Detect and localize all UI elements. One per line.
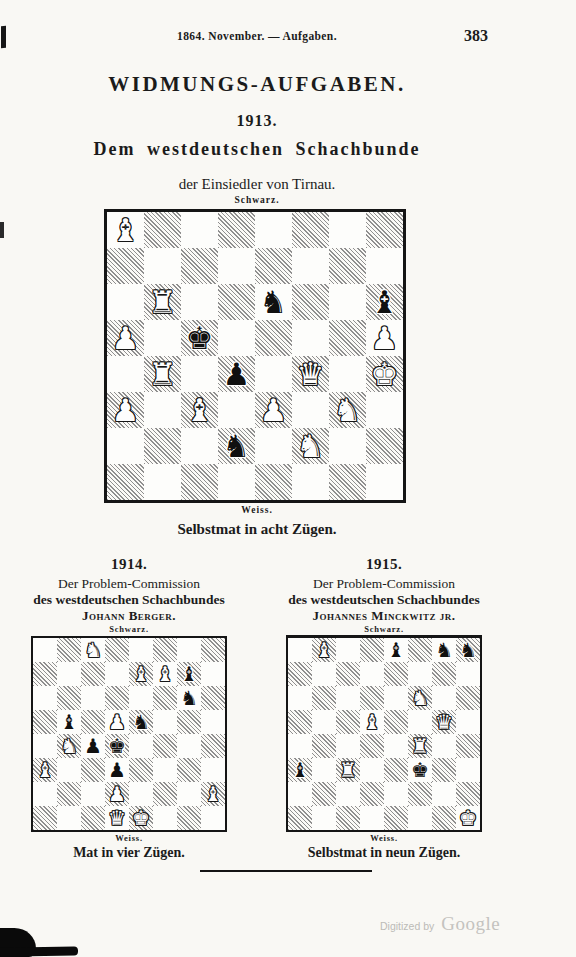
- square-d7: [105, 662, 129, 686]
- square-h7: [366, 248, 403, 284]
- square-c7: [181, 248, 218, 284]
- square-h5: [456, 710, 480, 734]
- square-b4: ♜: [144, 356, 181, 392]
- white-pawn-icon: ♟: [108, 712, 126, 732]
- watermark-prefix: Digitized by: [380, 920, 434, 932]
- square-d7: [360, 662, 384, 686]
- square-f6: [292, 284, 329, 320]
- square-a2: [288, 782, 312, 806]
- white-rook-icon: ♜: [149, 359, 177, 390]
- problem-1913-author: der Einsiedler von Tirnau.: [0, 176, 514, 193]
- problem-1913-stipulation: Selbstmat in acht Zügen.: [0, 521, 514, 538]
- square-f3: [153, 758, 177, 782]
- square-h3: [201, 758, 225, 782]
- square-e6: ♞: [255, 284, 292, 320]
- scanned-book-page: 1864. November. — Aufgaben. 383 WIDMUNGS…: [0, 0, 576, 957]
- square-e4: [129, 734, 153, 758]
- square-d8: [218, 212, 255, 248]
- square-d2: ♞: [218, 428, 255, 464]
- square-b3: [144, 392, 181, 428]
- black-bishop-icon: ♝: [180, 664, 198, 684]
- white-bishop-icon: ♝: [204, 784, 222, 804]
- white-queen-icon: ♛: [108, 808, 126, 828]
- section-divider-rule: [200, 870, 372, 872]
- square-h6: ♝: [366, 284, 403, 320]
- white-queen-icon: ♛: [297, 359, 325, 390]
- square-b2: [57, 782, 81, 806]
- square-e5: [384, 710, 408, 734]
- square-g8: [177, 638, 201, 662]
- square-g1: [329, 464, 366, 500]
- square-f3: [292, 392, 329, 428]
- square-b5: [144, 320, 181, 356]
- square-f7: ♝: [153, 662, 177, 686]
- square-d3: [360, 758, 384, 782]
- problem-1915-heading-line2: des westdeutschen Schachbundes: [262, 592, 506, 608]
- square-d4: ♚: [105, 734, 129, 758]
- black-knight-icon: ♞: [435, 640, 453, 660]
- scan-artifact: [0, 946, 78, 956]
- black-pawn-icon: ♟: [223, 359, 251, 390]
- square-d4: ♟: [218, 356, 255, 392]
- problem-1913-number: 1913.: [0, 112, 514, 130]
- square-h8: ♞: [456, 638, 480, 662]
- square-b8: [57, 638, 81, 662]
- black-king-icon: ♚: [108, 736, 126, 756]
- square-d5: [218, 320, 255, 356]
- square-a5: ♟: [107, 320, 144, 356]
- square-h1: ♚: [456, 806, 480, 830]
- square-f5: [292, 320, 329, 356]
- square-e8: [255, 212, 292, 248]
- square-g5: [329, 320, 366, 356]
- square-c4: [181, 356, 218, 392]
- square-c6: [81, 686, 105, 710]
- square-f6: [153, 686, 177, 710]
- white-king-icon: ♚: [371, 359, 399, 390]
- white-rook-icon: ♜: [339, 760, 357, 780]
- square-a7: [107, 248, 144, 284]
- square-f8: [408, 638, 432, 662]
- square-b2: [312, 782, 336, 806]
- square-d5: ♝: [360, 710, 384, 734]
- square-h8: [366, 212, 403, 248]
- white-knight-icon: ♞: [84, 640, 102, 660]
- square-a4: [288, 734, 312, 758]
- running-title: 1864. November. — Aufgaben.: [0, 30, 514, 42]
- square-d6: [360, 686, 384, 710]
- square-b7: [312, 662, 336, 686]
- square-f5: [408, 710, 432, 734]
- white-king-icon: ♚: [459, 808, 477, 828]
- square-e1: [384, 806, 408, 830]
- square-a4: [33, 734, 57, 758]
- board-1914-label-white-side: Weiss.: [7, 833, 251, 843]
- square-d1: [218, 464, 255, 500]
- black-bishop-icon: ♝: [387, 640, 405, 660]
- square-h6: [456, 686, 480, 710]
- square-f4: ♛: [292, 356, 329, 392]
- square-c4: [336, 734, 360, 758]
- square-a3: ♝: [288, 758, 312, 782]
- square-e7: [384, 662, 408, 686]
- square-c6: [336, 686, 360, 710]
- square-f1: [292, 464, 329, 500]
- square-c2: [336, 782, 360, 806]
- white-bishop-icon: ♝: [156, 664, 174, 684]
- square-c6: [181, 284, 218, 320]
- square-h3: [366, 392, 403, 428]
- board-1913-label-black-side: Schwarz.: [0, 195, 514, 205]
- square-c1: [181, 464, 218, 500]
- square-d2: ♟: [105, 782, 129, 806]
- problem-1914-heading-line2: des westdeutschen Schachbundes: [7, 592, 251, 608]
- square-e2: [255, 428, 292, 464]
- square-c2: [81, 782, 105, 806]
- square-f8: [153, 638, 177, 662]
- square-a5: [33, 710, 57, 734]
- white-queen-icon: ♛: [435, 712, 453, 732]
- square-b7: [57, 662, 81, 686]
- square-f2: [408, 782, 432, 806]
- square-f7: [292, 248, 329, 284]
- square-b1: [312, 806, 336, 830]
- square-h4: ♚: [366, 356, 403, 392]
- white-pawn-icon: ♟: [112, 323, 140, 354]
- square-a4: [107, 356, 144, 392]
- square-b4: [312, 734, 336, 758]
- square-e3: [129, 758, 153, 782]
- square-d8: [105, 638, 129, 662]
- square-g8: ♞: [432, 638, 456, 662]
- square-a7: [288, 662, 312, 686]
- square-h4: [201, 734, 225, 758]
- problem-1915-author: Johannes Minckwitz jr.: [262, 608, 506, 624]
- black-knight-icon: ♞: [260, 287, 288, 318]
- square-g3: [177, 758, 201, 782]
- square-g4: [432, 734, 456, 758]
- white-pawn-icon: ♟: [371, 323, 399, 354]
- square-e1: [255, 464, 292, 500]
- black-king-icon: ♚: [411, 760, 429, 780]
- square-f2: [153, 782, 177, 806]
- square-f8: [292, 212, 329, 248]
- watermark: Digitized by Google: [380, 913, 500, 935]
- square-c2: [181, 428, 218, 464]
- square-d2: [360, 782, 384, 806]
- square-c5: [81, 710, 105, 734]
- square-a8: [288, 638, 312, 662]
- square-e4: [384, 734, 408, 758]
- square-h2: ♝: [201, 782, 225, 806]
- square-g6: ♞: [177, 686, 201, 710]
- square-d4: [360, 734, 384, 758]
- square-d6: [218, 284, 255, 320]
- google-logo: Google: [441, 913, 500, 935]
- square-d6: [105, 686, 129, 710]
- white-knight-icon: ♞: [334, 395, 362, 426]
- square-g7: [432, 662, 456, 686]
- square-h4: [456, 734, 480, 758]
- square-a7: [33, 662, 57, 686]
- section-title: WIDMUNGS-AUFGABEN.: [0, 72, 514, 97]
- problem-1915-heading-line1: Der Problem-Commission: [262, 576, 506, 592]
- square-c8: [181, 212, 218, 248]
- square-h7: [456, 662, 480, 686]
- problem-1914-author: Johann Berger.: [7, 608, 251, 624]
- square-h8: [201, 638, 225, 662]
- square-g8: [329, 212, 366, 248]
- square-e4: [255, 356, 292, 392]
- white-pawn-icon: ♟: [108, 784, 126, 804]
- square-d1: ♛: [105, 806, 129, 830]
- black-pawn-icon: ♟: [84, 736, 102, 756]
- square-e1: ♚: [129, 806, 153, 830]
- square-e3: [384, 758, 408, 782]
- square-e8: [129, 638, 153, 662]
- white-rook-icon: ♜: [149, 287, 177, 318]
- square-h7: [201, 662, 225, 686]
- problem-1914-number: 1914.: [7, 556, 251, 573]
- square-c3: ♝: [181, 392, 218, 428]
- square-b4: ♞: [57, 734, 81, 758]
- problem-1915-stipulation: Selbstmat in neun Zügen.: [262, 845, 506, 861]
- square-e3: ♟: [255, 392, 292, 428]
- square-e2: [384, 782, 408, 806]
- black-pawn-icon: ♟: [108, 760, 126, 780]
- square-f5: [153, 710, 177, 734]
- black-bishop-icon: ♝: [60, 712, 78, 732]
- white-bishop-icon: ♝: [132, 664, 150, 684]
- square-e2: [129, 782, 153, 806]
- square-a2: [107, 428, 144, 464]
- square-h1: [201, 806, 225, 830]
- square-g6: [329, 284, 366, 320]
- square-f7: [408, 662, 432, 686]
- white-bishop-icon: ♝: [363, 712, 381, 732]
- square-f3: ♚: [408, 758, 432, 782]
- square-e5: [255, 320, 292, 356]
- square-c1: [81, 806, 105, 830]
- square-b3: [57, 758, 81, 782]
- square-f4: ♜: [408, 734, 432, 758]
- square-g3: [432, 758, 456, 782]
- square-a1: [33, 806, 57, 830]
- square-b6: [312, 686, 336, 710]
- square-d1: [360, 806, 384, 830]
- square-g5: ♛: [432, 710, 456, 734]
- chessboard-1915: ♝♝♞♞♞♝♛♜♝♜♚♚: [286, 635, 482, 832]
- square-a1: [288, 806, 312, 830]
- square-e8: ♝: [384, 638, 408, 662]
- square-b7: [144, 248, 181, 284]
- square-c4: ♟: [81, 734, 105, 758]
- square-d7: [218, 248, 255, 284]
- square-e6: [384, 686, 408, 710]
- board-1914-label-black-side: Schwarz.: [7, 624, 251, 634]
- square-g2: [329, 428, 366, 464]
- square-b8: ♝: [312, 638, 336, 662]
- problem-1914-stipulation: Mat in vier Zügen.: [7, 845, 251, 861]
- square-e6: [129, 686, 153, 710]
- white-bishop-icon: ♝: [315, 640, 333, 660]
- square-b1: [144, 464, 181, 500]
- black-bishop-icon: ♝: [371, 287, 399, 318]
- square-a3: ♟: [107, 392, 144, 428]
- square-a1: [107, 464, 144, 500]
- white-knight-icon: ♞: [60, 736, 78, 756]
- chessboard-1913: ♝♜♞♝♟♚♟♜♟♛♚♟♝♟♞♞♞: [104, 209, 406, 503]
- white-bishop-icon: ♝: [112, 215, 140, 246]
- square-e5: ♞: [129, 710, 153, 734]
- square-f2: ♞: [292, 428, 329, 464]
- white-rook-icon: ♜: [411, 736, 429, 756]
- square-g2: [432, 782, 456, 806]
- board-1915-label-white-side: Weiss.: [262, 833, 506, 843]
- square-e7: [255, 248, 292, 284]
- problem-1915-number: 1915.: [262, 556, 506, 573]
- page-number: 383: [464, 27, 488, 45]
- problem-1914-heading-line1: Der Problem-Commission: [7, 576, 251, 592]
- square-g7: ♝: [177, 662, 201, 686]
- white-bishop-icon: ♝: [186, 395, 214, 426]
- white-knight-icon: ♞: [411, 688, 429, 708]
- square-g1: [177, 806, 201, 830]
- black-knight-icon: ♞: [180, 688, 198, 708]
- square-a3: ♝: [33, 758, 57, 782]
- square-a2: [33, 782, 57, 806]
- square-g1: [432, 806, 456, 830]
- square-c5: [336, 710, 360, 734]
- square-c5: ♚: [181, 320, 218, 356]
- square-f1: [153, 806, 177, 830]
- square-g7: [329, 248, 366, 284]
- square-a8: [33, 638, 57, 662]
- white-pawn-icon: ♟: [112, 395, 140, 426]
- square-f1: [408, 806, 432, 830]
- square-b6: [57, 686, 81, 710]
- square-h5: ♟: [366, 320, 403, 356]
- white-bishop-icon: ♝: [36, 760, 54, 780]
- square-b3: [312, 758, 336, 782]
- square-h3: [456, 758, 480, 782]
- square-d3: ♟: [105, 758, 129, 782]
- white-king-icon: ♚: [132, 808, 150, 828]
- white-pawn-icon: ♟: [260, 395, 288, 426]
- square-b5: ♝: [57, 710, 81, 734]
- square-a6: [33, 686, 57, 710]
- square-f4: [153, 734, 177, 758]
- board-1913-label-white-side: Weiss.: [0, 505, 514, 515]
- square-g5: [177, 710, 201, 734]
- square-a8: ♝: [107, 212, 144, 248]
- square-g3: ♞: [329, 392, 366, 428]
- chessboard-1914: ♞♝♝♝♞♝♟♞♞♟♚♝♟♟♝♛♚: [31, 636, 227, 832]
- square-c8: ♞: [81, 638, 105, 662]
- square-c1: [336, 806, 360, 830]
- black-knight-icon: ♞: [223, 431, 251, 462]
- square-h6: [201, 686, 225, 710]
- square-h2: [366, 428, 403, 464]
- square-d3: [218, 392, 255, 428]
- square-b2: [144, 428, 181, 464]
- black-king-icon: ♚: [186, 323, 214, 354]
- scan-artifact: [0, 222, 4, 238]
- black-bishop-icon: ♝: [291, 760, 309, 780]
- square-b6: ♜: [144, 284, 181, 320]
- board-1915-label-black-side: Schwarz.: [262, 624, 506, 634]
- square-c8: [336, 638, 360, 662]
- square-g6: [432, 686, 456, 710]
- square-h1: [366, 464, 403, 500]
- black-knight-icon: ♞: [459, 640, 477, 660]
- square-g2: [177, 782, 201, 806]
- black-knight-icon: ♞: [132, 712, 150, 732]
- white-knight-icon: ♞: [297, 431, 325, 462]
- square-f6: ♞: [408, 686, 432, 710]
- square-g4: [329, 356, 366, 392]
- square-c7: [336, 662, 360, 686]
- square-h2: [456, 782, 480, 806]
- problem-1913-dedication: Dem westdeutschen Schachbunde: [0, 139, 514, 160]
- square-c7: [81, 662, 105, 686]
- square-e7: ♝: [129, 662, 153, 686]
- square-b5: [312, 710, 336, 734]
- square-g4: [177, 734, 201, 758]
- square-d5: ♟: [105, 710, 129, 734]
- square-c3: [81, 758, 105, 782]
- square-a5: [288, 710, 312, 734]
- square-d8: [360, 638, 384, 662]
- square-c3: ♜: [336, 758, 360, 782]
- square-b8: [144, 212, 181, 248]
- square-a6: [288, 686, 312, 710]
- square-b1: [57, 806, 81, 830]
- square-a6: [107, 284, 144, 320]
- square-h5: [201, 710, 225, 734]
